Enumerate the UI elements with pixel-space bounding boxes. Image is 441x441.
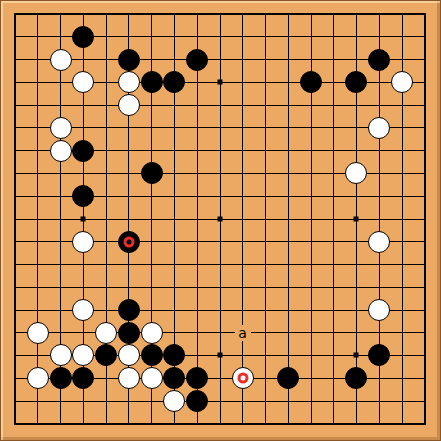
intersection[interactable] bbox=[345, 208, 368, 231]
intersection[interactable] bbox=[413, 230, 436, 253]
intersection[interactable] bbox=[254, 367, 277, 390]
intersection[interactable] bbox=[391, 299, 414, 322]
intersection[interactable] bbox=[254, 276, 277, 299]
intersection[interactable] bbox=[140, 367, 163, 390]
intersection[interactable] bbox=[26, 412, 49, 435]
white-stone[interactable] bbox=[50, 49, 72, 71]
intersection[interactable] bbox=[277, 116, 300, 139]
intersection[interactable] bbox=[26, 208, 49, 231]
intersection[interactable] bbox=[95, 139, 118, 162]
intersection[interactable] bbox=[72, 185, 95, 208]
intersection[interactable] bbox=[26, 344, 49, 367]
intersection[interactable] bbox=[163, 208, 186, 231]
intersection[interactable] bbox=[117, 208, 140, 231]
intersection[interactable] bbox=[254, 48, 277, 71]
intersection[interactable] bbox=[209, 94, 232, 117]
intersection[interactable]: a bbox=[231, 321, 254, 344]
intersection[interactable] bbox=[186, 94, 209, 117]
intersection[interactable] bbox=[231, 299, 254, 322]
intersection[interactable] bbox=[231, 185, 254, 208]
intersection[interactable] bbox=[322, 299, 345, 322]
intersection[interactable] bbox=[231, 344, 254, 367]
intersection[interactable] bbox=[368, 71, 391, 94]
intersection[interactable] bbox=[72, 139, 95, 162]
intersection[interactable] bbox=[231, 139, 254, 162]
intersection[interactable] bbox=[49, 367, 72, 390]
intersection[interactable] bbox=[209, 390, 232, 413]
intersection[interactable] bbox=[322, 48, 345, 71]
intersection[interactable] bbox=[4, 299, 27, 322]
intersection[interactable] bbox=[117, 412, 140, 435]
intersection[interactable] bbox=[413, 299, 436, 322]
intersection[interactable] bbox=[231, 3, 254, 26]
intersection[interactable] bbox=[4, 390, 27, 413]
intersection[interactable] bbox=[163, 390, 186, 413]
intersection[interactable] bbox=[368, 3, 391, 26]
intersection[interactable] bbox=[391, 3, 414, 26]
intersection[interactable] bbox=[368, 94, 391, 117]
white-stone[interactable] bbox=[118, 94, 140, 116]
intersection[interactable] bbox=[163, 71, 186, 94]
intersection[interactable] bbox=[231, 276, 254, 299]
black-stone[interactable] bbox=[141, 162, 163, 184]
intersection[interactable] bbox=[163, 162, 186, 185]
intersection[interactable] bbox=[186, 276, 209, 299]
intersection[interactable] bbox=[49, 116, 72, 139]
intersection[interactable] bbox=[26, 139, 49, 162]
intersection[interactable] bbox=[391, 94, 414, 117]
intersection[interactable] bbox=[4, 162, 27, 185]
intersection[interactable] bbox=[254, 3, 277, 26]
intersection[interactable] bbox=[345, 25, 368, 48]
intersection[interactable] bbox=[26, 94, 49, 117]
black-stone[interactable] bbox=[118, 322, 140, 344]
intersection[interactable] bbox=[140, 208, 163, 231]
intersection[interactable] bbox=[322, 25, 345, 48]
white-stone[interactable] bbox=[118, 367, 140, 389]
intersection[interactable] bbox=[209, 276, 232, 299]
intersection[interactable] bbox=[117, 321, 140, 344]
intersection[interactable] bbox=[391, 139, 414, 162]
intersection[interactable] bbox=[300, 48, 323, 71]
intersection[interactable] bbox=[322, 344, 345, 367]
intersection[interactable] bbox=[186, 367, 209, 390]
intersection[interactable] bbox=[254, 299, 277, 322]
intersection[interactable] bbox=[345, 390, 368, 413]
black-stone[interactable] bbox=[118, 299, 140, 321]
intersection[interactable] bbox=[117, 48, 140, 71]
intersection[interactable] bbox=[322, 185, 345, 208]
intersection[interactable] bbox=[26, 3, 49, 26]
intersection[interactable] bbox=[140, 253, 163, 276]
intersection[interactable] bbox=[391, 185, 414, 208]
intersection[interactable] bbox=[391, 344, 414, 367]
intersection[interactable] bbox=[209, 25, 232, 48]
intersection[interactable] bbox=[322, 116, 345, 139]
intersection[interactable] bbox=[277, 185, 300, 208]
intersection[interactable] bbox=[72, 230, 95, 253]
intersection[interactable] bbox=[95, 230, 118, 253]
intersection[interactable] bbox=[277, 25, 300, 48]
intersection[interactable] bbox=[300, 185, 323, 208]
white-stone[interactable] bbox=[72, 71, 94, 93]
intersection[interactable] bbox=[140, 230, 163, 253]
intersection[interactable] bbox=[231, 390, 254, 413]
intersection[interactable] bbox=[117, 253, 140, 276]
intersection[interactable] bbox=[4, 48, 27, 71]
intersection[interactable] bbox=[186, 208, 209, 231]
intersection[interactable] bbox=[300, 3, 323, 26]
intersection[interactable] bbox=[368, 299, 391, 322]
intersection[interactable] bbox=[72, 344, 95, 367]
intersection[interactable] bbox=[300, 230, 323, 253]
intersection[interactable] bbox=[322, 3, 345, 26]
intersection[interactable] bbox=[368, 48, 391, 71]
intersection[interactable] bbox=[391, 25, 414, 48]
intersection[interactable] bbox=[117, 185, 140, 208]
intersection[interactable] bbox=[49, 94, 72, 117]
intersection[interactable] bbox=[231, 116, 254, 139]
intersection[interactable] bbox=[72, 94, 95, 117]
intersection[interactable] bbox=[209, 412, 232, 435]
intersection[interactable] bbox=[300, 25, 323, 48]
intersection[interactable] bbox=[49, 412, 72, 435]
intersection[interactable] bbox=[26, 48, 49, 71]
intersection[interactable] bbox=[322, 276, 345, 299]
intersection[interactable] bbox=[95, 208, 118, 231]
intersection[interactable] bbox=[300, 208, 323, 231]
intersection[interactable] bbox=[117, 390, 140, 413]
intersection[interactable] bbox=[300, 139, 323, 162]
intersection[interactable] bbox=[163, 25, 186, 48]
white-stone[interactable] bbox=[27, 322, 49, 344]
intersection[interactable] bbox=[300, 321, 323, 344]
intersection[interactable] bbox=[186, 321, 209, 344]
intersection[interactable] bbox=[26, 116, 49, 139]
white-stone[interactable] bbox=[95, 322, 117, 344]
white-stone[interactable] bbox=[232, 367, 254, 389]
intersection[interactable] bbox=[300, 299, 323, 322]
intersection[interactable] bbox=[322, 367, 345, 390]
intersection[interactable] bbox=[163, 116, 186, 139]
intersection[interactable] bbox=[277, 230, 300, 253]
intersection[interactable] bbox=[254, 230, 277, 253]
intersection[interactable] bbox=[368, 230, 391, 253]
intersection[interactable] bbox=[49, 230, 72, 253]
intersection[interactable] bbox=[49, 185, 72, 208]
intersection[interactable] bbox=[209, 71, 232, 94]
intersection[interactable] bbox=[26, 253, 49, 276]
intersection[interactable] bbox=[186, 412, 209, 435]
black-stone[interactable] bbox=[277, 367, 299, 389]
intersection[interactable] bbox=[4, 230, 27, 253]
intersection[interactable] bbox=[72, 367, 95, 390]
intersection[interactable] bbox=[322, 321, 345, 344]
intersection[interactable] bbox=[391, 162, 414, 185]
intersection[interactable] bbox=[209, 116, 232, 139]
white-stone[interactable] bbox=[72, 299, 94, 321]
intersection[interactable] bbox=[95, 48, 118, 71]
intersection[interactable] bbox=[277, 344, 300, 367]
intersection[interactable] bbox=[254, 94, 277, 117]
intersection[interactable] bbox=[117, 71, 140, 94]
black-stone[interactable] bbox=[141, 71, 163, 93]
intersection[interactable] bbox=[345, 139, 368, 162]
intersection[interactable] bbox=[49, 253, 72, 276]
intersection[interactable] bbox=[117, 3, 140, 26]
intersection[interactable] bbox=[231, 412, 254, 435]
intersection[interactable] bbox=[49, 71, 72, 94]
intersection[interactable] bbox=[322, 390, 345, 413]
intersection[interactable] bbox=[49, 3, 72, 26]
intersection[interactable] bbox=[345, 276, 368, 299]
black-stone[interactable] bbox=[345, 367, 367, 389]
intersection[interactable] bbox=[368, 253, 391, 276]
white-stone[interactable] bbox=[163, 390, 185, 412]
intersection[interactable] bbox=[186, 253, 209, 276]
intersection[interactable] bbox=[368, 162, 391, 185]
intersection[interactable] bbox=[277, 139, 300, 162]
intersection[interactable] bbox=[368, 412, 391, 435]
intersection[interactable] bbox=[140, 94, 163, 117]
intersection[interactable] bbox=[231, 48, 254, 71]
intersection[interactable] bbox=[368, 344, 391, 367]
intersection[interactable] bbox=[277, 367, 300, 390]
intersection[interactable] bbox=[140, 3, 163, 26]
intersection[interactable] bbox=[368, 139, 391, 162]
white-stone[interactable] bbox=[27, 367, 49, 389]
intersection[interactable] bbox=[49, 25, 72, 48]
white-stone[interactable] bbox=[368, 117, 390, 139]
intersection[interactable] bbox=[300, 276, 323, 299]
intersection[interactable] bbox=[254, 208, 277, 231]
intersection[interactable] bbox=[254, 412, 277, 435]
intersection[interactable] bbox=[413, 48, 436, 71]
intersection[interactable] bbox=[4, 276, 27, 299]
intersection[interactable] bbox=[163, 253, 186, 276]
intersection[interactable] bbox=[254, 321, 277, 344]
intersection[interactable] bbox=[254, 185, 277, 208]
intersection[interactable] bbox=[322, 94, 345, 117]
intersection[interactable] bbox=[26, 185, 49, 208]
black-stone[interactable] bbox=[72, 26, 94, 48]
intersection[interactable] bbox=[186, 48, 209, 71]
intersection[interactable] bbox=[4, 208, 27, 231]
intersection[interactable] bbox=[95, 321, 118, 344]
intersection[interactable] bbox=[277, 299, 300, 322]
intersection[interactable] bbox=[391, 412, 414, 435]
intersection[interactable] bbox=[209, 139, 232, 162]
intersection[interactable] bbox=[391, 276, 414, 299]
intersection[interactable] bbox=[345, 116, 368, 139]
intersection[interactable] bbox=[72, 116, 95, 139]
intersection[interactable] bbox=[209, 3, 232, 26]
intersection[interactable] bbox=[186, 299, 209, 322]
intersection[interactable] bbox=[95, 344, 118, 367]
intersection[interactable] bbox=[300, 71, 323, 94]
intersection[interactable] bbox=[95, 299, 118, 322]
intersection[interactable] bbox=[391, 367, 414, 390]
intersection[interactable] bbox=[72, 208, 95, 231]
white-stone[interactable] bbox=[50, 117, 72, 139]
intersection[interactable] bbox=[72, 390, 95, 413]
black-stone[interactable] bbox=[186, 49, 208, 71]
white-stone[interactable] bbox=[118, 344, 140, 366]
intersection[interactable] bbox=[4, 25, 27, 48]
intersection[interactable] bbox=[231, 71, 254, 94]
intersection[interactable] bbox=[186, 185, 209, 208]
intersection[interactable] bbox=[300, 162, 323, 185]
intersection[interactable] bbox=[26, 162, 49, 185]
intersection[interactable] bbox=[231, 208, 254, 231]
intersection[interactable] bbox=[391, 253, 414, 276]
intersection[interactable] bbox=[209, 185, 232, 208]
intersection[interactable] bbox=[254, 344, 277, 367]
black-stone[interactable] bbox=[118, 231, 140, 253]
intersection[interactable] bbox=[163, 48, 186, 71]
intersection[interactable] bbox=[231, 367, 254, 390]
intersection[interactable] bbox=[140, 48, 163, 71]
intersection[interactable] bbox=[322, 208, 345, 231]
black-stone[interactable] bbox=[300, 71, 322, 93]
intersection[interactable] bbox=[413, 71, 436, 94]
intersection[interactable] bbox=[413, 321, 436, 344]
intersection[interactable] bbox=[209, 299, 232, 322]
intersection[interactable] bbox=[300, 94, 323, 117]
intersection[interactable] bbox=[254, 390, 277, 413]
intersection[interactable] bbox=[4, 253, 27, 276]
intersection[interactable] bbox=[186, 116, 209, 139]
intersection[interactable] bbox=[209, 367, 232, 390]
intersection[interactable] bbox=[49, 139, 72, 162]
intersection[interactable] bbox=[322, 230, 345, 253]
intersection[interactable] bbox=[140, 25, 163, 48]
intersection[interactable] bbox=[140, 71, 163, 94]
intersection[interactable] bbox=[413, 412, 436, 435]
intersection[interactable] bbox=[95, 185, 118, 208]
intersection[interactable] bbox=[209, 48, 232, 71]
intersection[interactable] bbox=[345, 321, 368, 344]
intersection[interactable] bbox=[322, 162, 345, 185]
intersection[interactable] bbox=[413, 94, 436, 117]
intersection[interactable] bbox=[186, 3, 209, 26]
intersection[interactable] bbox=[254, 139, 277, 162]
intersection[interactable] bbox=[413, 162, 436, 185]
intersection[interactable] bbox=[117, 367, 140, 390]
intersection[interactable] bbox=[186, 390, 209, 413]
intersection[interactable] bbox=[345, 71, 368, 94]
intersection[interactable] bbox=[186, 139, 209, 162]
intersection[interactable] bbox=[322, 139, 345, 162]
intersection[interactable] bbox=[163, 94, 186, 117]
intersection[interactable] bbox=[277, 94, 300, 117]
intersection[interactable] bbox=[140, 276, 163, 299]
intersection[interactable] bbox=[186, 230, 209, 253]
white-stone[interactable] bbox=[50, 344, 72, 366]
intersection[interactable] bbox=[345, 253, 368, 276]
intersection[interactable] bbox=[49, 208, 72, 231]
intersection[interactable] bbox=[209, 208, 232, 231]
white-stone[interactable] bbox=[368, 299, 390, 321]
intersection[interactable] bbox=[231, 253, 254, 276]
intersection[interactable] bbox=[95, 71, 118, 94]
intersection[interactable] bbox=[26, 230, 49, 253]
intersection[interactable] bbox=[391, 116, 414, 139]
intersection[interactable] bbox=[117, 116, 140, 139]
black-stone[interactable] bbox=[163, 344, 185, 366]
intersection[interactable] bbox=[117, 344, 140, 367]
intersection[interactable] bbox=[72, 253, 95, 276]
intersection[interactable] bbox=[186, 344, 209, 367]
intersection[interactable] bbox=[4, 3, 27, 26]
intersection[interactable] bbox=[163, 139, 186, 162]
white-stone[interactable] bbox=[72, 344, 94, 366]
intersection[interactable] bbox=[140, 390, 163, 413]
intersection[interactable] bbox=[254, 253, 277, 276]
black-stone[interactable] bbox=[163, 71, 185, 93]
black-stone[interactable] bbox=[186, 390, 208, 412]
intersection[interactable] bbox=[163, 230, 186, 253]
intersection[interactable] bbox=[95, 3, 118, 26]
intersection[interactable] bbox=[391, 208, 414, 231]
intersection[interactable] bbox=[163, 412, 186, 435]
black-stone[interactable] bbox=[72, 140, 94, 162]
intersection[interactable] bbox=[49, 162, 72, 185]
intersection[interactable] bbox=[277, 412, 300, 435]
black-stone[interactable] bbox=[345, 71, 367, 93]
intersection[interactable] bbox=[163, 344, 186, 367]
intersection[interactable] bbox=[72, 412, 95, 435]
intersection[interactable] bbox=[413, 3, 436, 26]
intersection[interactable] bbox=[95, 276, 118, 299]
intersection[interactable] bbox=[95, 116, 118, 139]
intersection[interactable] bbox=[4, 139, 27, 162]
intersection[interactable] bbox=[345, 367, 368, 390]
black-stone[interactable] bbox=[72, 185, 94, 207]
intersection[interactable] bbox=[300, 367, 323, 390]
intersection[interactable] bbox=[345, 299, 368, 322]
intersection[interactable] bbox=[72, 71, 95, 94]
intersection[interactable] bbox=[95, 367, 118, 390]
intersection[interactable] bbox=[72, 299, 95, 322]
intersection[interactable] bbox=[72, 276, 95, 299]
intersection[interactable] bbox=[4, 344, 27, 367]
intersection[interactable] bbox=[345, 412, 368, 435]
intersection[interactable] bbox=[413, 25, 436, 48]
intersection[interactable] bbox=[72, 162, 95, 185]
intersection[interactable] bbox=[231, 94, 254, 117]
intersection[interactable] bbox=[140, 139, 163, 162]
black-stone[interactable] bbox=[186, 367, 208, 389]
intersection[interactable] bbox=[117, 139, 140, 162]
intersection[interactable] bbox=[277, 162, 300, 185]
intersection[interactable] bbox=[117, 276, 140, 299]
intersection[interactable] bbox=[209, 162, 232, 185]
intersection[interactable] bbox=[345, 162, 368, 185]
intersection[interactable] bbox=[368, 208, 391, 231]
intersection[interactable] bbox=[413, 139, 436, 162]
intersection[interactable] bbox=[209, 230, 232, 253]
intersection[interactable] bbox=[95, 412, 118, 435]
white-stone[interactable] bbox=[141, 367, 163, 389]
intersection[interactable] bbox=[4, 94, 27, 117]
intersection[interactable] bbox=[72, 48, 95, 71]
intersection[interactable] bbox=[391, 230, 414, 253]
intersection[interactable] bbox=[26, 25, 49, 48]
intersection[interactable] bbox=[277, 253, 300, 276]
intersection[interactable] bbox=[277, 48, 300, 71]
black-stone[interactable] bbox=[72, 367, 94, 389]
